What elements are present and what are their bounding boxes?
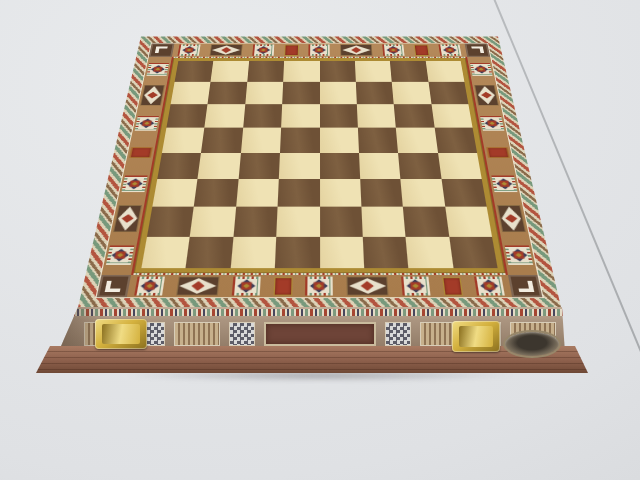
square-a2	[147, 207, 194, 237]
square-b4	[198, 153, 241, 179]
border-motif-star	[106, 246, 134, 265]
square-b5	[201, 128, 243, 153]
border-motif-star	[231, 277, 260, 296]
square-f3	[360, 179, 403, 207]
square-f2	[361, 207, 405, 237]
square-d4	[279, 153, 320, 179]
border-motif-diamond	[113, 205, 142, 232]
chess-board	[77, 37, 561, 310]
square-f5	[358, 128, 398, 153]
square-a1	[141, 237, 190, 269]
photo-backdrop	[0, 0, 640, 480]
square-c5	[241, 128, 281, 153]
square-g3	[401, 179, 445, 207]
square-b3	[194, 179, 238, 207]
square-h5	[434, 128, 477, 153]
square-b7	[208, 82, 247, 104]
square-h4	[438, 153, 482, 179]
square-c2	[233, 207, 277, 237]
square-f1	[363, 237, 409, 269]
border-motif-star	[252, 44, 274, 55]
brass-clasp-left-plate	[102, 324, 140, 344]
border-motif-star	[491, 176, 517, 193]
square-f4	[359, 153, 401, 179]
border-motif-red	[273, 277, 292, 295]
border-motif-diamond	[497, 205, 526, 232]
border-motif-star	[309, 44, 330, 55]
border-motif-red	[284, 45, 299, 56]
mosaic-strip-bottom	[127, 275, 512, 297]
mosaic-strip-top	[172, 43, 467, 56]
border-motif-star	[121, 176, 147, 193]
square-h7	[428, 82, 468, 104]
border-motif-star	[401, 277, 430, 296]
square-d7	[282, 82, 319, 104]
border-motif-red	[414, 45, 430, 56]
square-h8	[425, 61, 464, 82]
square-h2	[445, 207, 492, 237]
square-a6	[166, 104, 207, 127]
square-d1	[275, 237, 320, 269]
square-h6	[431, 104, 472, 127]
square-b6	[205, 104, 245, 127]
border-motif-star	[147, 63, 170, 76]
brass-clasp-right-plate	[459, 326, 493, 347]
square-c1	[230, 237, 276, 269]
square-a7	[171, 82, 211, 104]
square-e8	[320, 61, 356, 82]
field-frame	[131, 57, 508, 275]
border-motif-diamond	[340, 44, 372, 55]
dash-inlay-ring	[131, 57, 508, 275]
front-panel-stripes	[174, 322, 220, 346]
square-a4	[157, 153, 201, 179]
oval-metal-medallion	[505, 332, 559, 356]
border-motif-star	[305, 277, 333, 296]
square-g2	[403, 207, 449, 237]
border-motif-diamond	[474, 85, 499, 105]
corner-motif-bottom-left	[97, 275, 131, 297]
square-g7	[392, 82, 431, 104]
square-a3	[152, 179, 198, 207]
playing-field	[141, 61, 497, 268]
border-motif-star	[480, 116, 504, 131]
gold-frame	[135, 58, 504, 272]
border-motif-diamond	[209, 44, 242, 55]
square-f6	[357, 104, 396, 127]
border-motif-red	[487, 147, 510, 157]
square-g8	[390, 61, 428, 82]
border-motif-red	[442, 277, 463, 295]
box-base-plinth	[36, 346, 588, 373]
border-motif-star	[177, 44, 200, 55]
rope-inlay-border	[77, 37, 561, 310]
border-motif-star	[505, 246, 533, 265]
square-b1	[186, 237, 233, 269]
square-c7	[245, 82, 283, 104]
border-motif-diamond	[347, 277, 389, 296]
border-motif-star	[382, 44, 404, 55]
square-f8	[355, 61, 392, 82]
square-e6	[320, 104, 358, 127]
corner-motif-top-right	[465, 43, 491, 56]
square-g1	[406, 237, 453, 269]
square-c6	[243, 104, 282, 127]
brass-clasp-left	[95, 319, 147, 349]
square-g6	[394, 104, 434, 127]
square-g5	[396, 128, 438, 153]
square-f7	[356, 82, 394, 104]
square-d8	[283, 61, 319, 82]
square-d6	[281, 104, 319, 127]
corner-motif-top-left	[149, 43, 175, 56]
base-groove-lines	[36, 346, 588, 373]
front-panel-redpanel	[264, 322, 376, 346]
corner-motif-bottom-right	[508, 275, 542, 297]
square-h3	[441, 179, 487, 207]
square-c3	[236, 179, 279, 207]
front-dash-inlay	[58, 309, 568, 316]
square-d5	[280, 128, 319, 153]
square-a8	[175, 61, 214, 82]
brass-clasp-right	[452, 321, 500, 352]
square-d2	[276, 207, 319, 237]
square-e4	[320, 153, 361, 179]
square-c4	[238, 153, 280, 179]
square-h1	[449, 237, 498, 269]
border-motif-star	[438, 44, 461, 55]
square-b8	[211, 61, 249, 82]
square-e7	[320, 82, 357, 104]
border-motif-red	[129, 147, 152, 157]
square-b2	[190, 207, 236, 237]
square-e3	[320, 179, 362, 207]
square-c8	[247, 61, 284, 82]
border-motif-star	[135, 116, 159, 131]
front-panel-checker	[385, 322, 411, 346]
border-motif-star	[474, 277, 505, 296]
front-panel-checker	[229, 322, 255, 346]
square-e5	[320, 128, 359, 153]
square-a5	[162, 128, 205, 153]
border-motif-star	[134, 277, 165, 296]
square-e1	[320, 237, 365, 269]
mosaic-border	[95, 43, 543, 298]
border-motif-diamond	[140, 85, 165, 105]
square-g4	[398, 153, 441, 179]
square-d3	[278, 179, 320, 207]
border-motif-diamond	[176, 277, 220, 296]
square-e2	[320, 207, 363, 237]
border-motif-star	[470, 63, 493, 76]
